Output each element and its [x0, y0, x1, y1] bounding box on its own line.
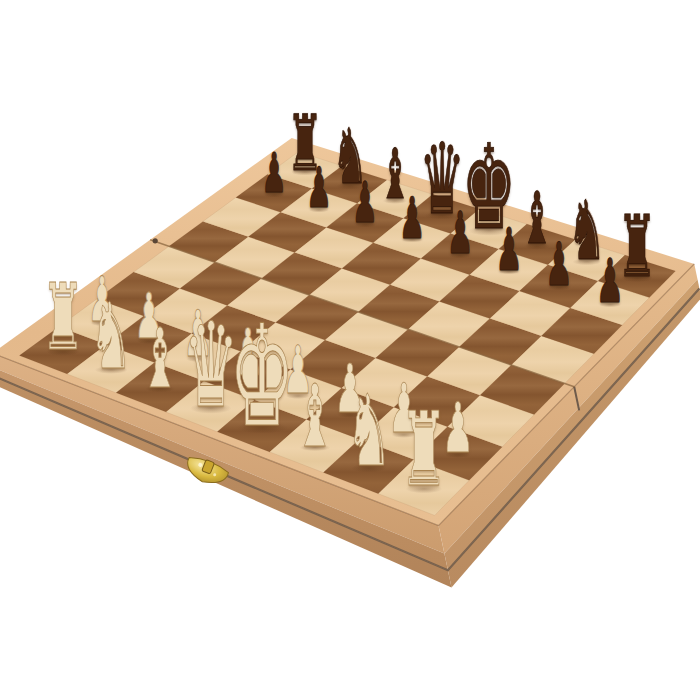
folding-chess-box: [0, 0, 700, 700]
hinge-pin: [153, 238, 158, 243]
product-photo-canvas: ♜♞♝♛♚♝♞♜♟♟♟♟♟♟♟♟♟♟♟♟♟♟♟♟♜♞♝♛♚♝♞♜: [0, 0, 700, 700]
